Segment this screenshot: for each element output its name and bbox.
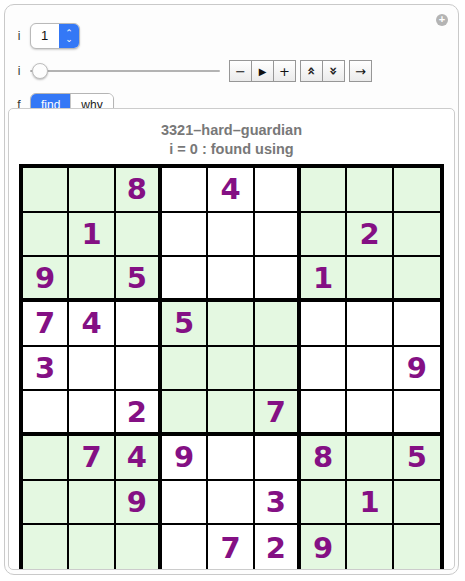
cell-r7c9: 5	[394, 436, 440, 481]
cell-r4c2: 4	[69, 302, 115, 347]
cell-r9c5: 7	[208, 525, 254, 570]
slider-thumb[interactable]	[32, 63, 48, 79]
i-popup-value: 1	[31, 24, 59, 48]
cell-r3c7: 1	[301, 257, 347, 302]
cell-r3c9	[394, 257, 440, 302]
slider-label: i	[13, 64, 25, 78]
cell-r3c3: 5	[116, 257, 162, 302]
cell-r1c2	[69, 168, 115, 213]
cell-r7c1	[23, 436, 69, 481]
cell-r8c9	[394, 481, 440, 526]
cell-r1c7	[301, 168, 347, 213]
cell-r3c5	[208, 257, 254, 302]
play-icon: ▶	[259, 66, 267, 77]
cell-r4c5	[208, 302, 254, 347]
cell-r9c3	[116, 525, 162, 570]
cell-r8c6: 3	[255, 481, 301, 526]
cell-r6c3: 2	[116, 391, 162, 436]
cell-r7c4: 9	[162, 436, 208, 481]
cell-r8c3: 9	[116, 481, 162, 526]
cell-r9c8	[347, 525, 393, 570]
cell-r3c8	[347, 257, 393, 302]
status-line: i = 0 : found using	[9, 141, 454, 157]
cell-r1c9	[394, 168, 440, 213]
cell-r5c1: 3	[23, 347, 69, 392]
play-button[interactable]: ▶	[251, 60, 274, 82]
cell-r3c6	[255, 257, 301, 302]
cell-r8c7	[301, 481, 347, 526]
increment-button[interactable]: +	[273, 60, 296, 82]
cell-r5c3	[116, 347, 162, 392]
cell-r9c1	[23, 525, 69, 570]
cell-r3c1: 9	[23, 257, 69, 302]
cell-r7c2: 7	[69, 436, 115, 481]
faster-button[interactable]: »	[322, 60, 345, 82]
manipulate-frame: + i 1 ⌃ ⌄ i −	[4, 4, 459, 575]
minus-icon: −	[235, 64, 246, 79]
cell-r4c1: 7	[23, 302, 69, 347]
cell-r5c5	[208, 347, 254, 392]
cell-r5c8	[347, 347, 393, 392]
double-chevron-up-icon: «	[303, 66, 319, 75]
decrement-button[interactable]: −	[229, 60, 252, 82]
cell-r4c8	[347, 302, 393, 347]
cell-r6c7	[301, 391, 347, 436]
chevron-down-icon: ⌄	[65, 36, 73, 42]
cell-r1c5: 4	[208, 168, 254, 213]
cell-r4c7	[301, 302, 347, 347]
cell-r6c1	[23, 391, 69, 436]
cell-r2c3	[116, 213, 162, 258]
puzzle-title: 3321–hard–guardian	[9, 122, 454, 138]
cell-r1c3: 8	[116, 168, 162, 213]
cell-r5c6	[255, 347, 301, 392]
cell-r8c5	[208, 481, 254, 526]
cell-r8c8: 1	[347, 481, 393, 526]
double-chevron-down-icon: »	[325, 66, 341, 75]
display-panel: 3321–hard–guardian i = 0 : found using 8…	[8, 108, 455, 570]
cell-r3c2	[69, 257, 115, 302]
cell-r1c6	[255, 168, 301, 213]
slower-button[interactable]: «	[300, 60, 323, 82]
cell-r6c2	[69, 391, 115, 436]
cell-r4c3	[116, 302, 162, 347]
cell-r2c9	[394, 213, 440, 258]
cell-r1c8	[347, 168, 393, 213]
slider-track[interactable]	[30, 70, 220, 72]
cell-r6c6: 7	[255, 391, 301, 436]
i-popup-menu[interactable]: 1 ⌃ ⌄	[30, 23, 80, 49]
cell-r2c8: 2	[347, 213, 393, 258]
cell-r1c1	[23, 168, 69, 213]
cell-r2c1	[23, 213, 69, 258]
cell-r6c5	[208, 391, 254, 436]
control-row-i-popup: i 1 ⌃ ⌄	[13, 23, 376, 49]
cell-r5c7	[301, 347, 347, 392]
cell-r8c4	[162, 481, 208, 526]
right-arrow-icon: →	[355, 64, 366, 79]
cell-r5c9: 9	[394, 347, 440, 392]
cell-r6c8	[347, 391, 393, 436]
cell-r4c9	[394, 302, 440, 347]
cell-r8c1	[23, 481, 69, 526]
cell-r7c7: 8	[301, 436, 347, 481]
cell-r9c4	[162, 525, 208, 570]
popup-label: i	[13, 29, 25, 43]
cell-r9c9	[394, 525, 440, 570]
cell-r2c5	[208, 213, 254, 258]
sudoku-grid: 8412951745392774985931729	[19, 164, 444, 570]
cell-r3c4	[162, 257, 208, 302]
cell-r7c5	[208, 436, 254, 481]
cell-r2c2: 1	[69, 213, 115, 258]
playback-buttons: − ▶ + « »	[229, 60, 376, 82]
cell-r2c4	[162, 213, 208, 258]
plus-icon: +	[279, 64, 290, 79]
cell-r4c6	[255, 302, 301, 347]
cell-r9c7: 9	[301, 525, 347, 570]
cell-r9c6: 2	[255, 525, 301, 570]
cell-r4c4: 5	[162, 302, 208, 347]
cell-r6c9	[394, 391, 440, 436]
cell-r2c7	[301, 213, 347, 258]
cell-r7c6	[255, 436, 301, 481]
cell-r5c2	[69, 347, 115, 392]
i-slider[interactable]	[30, 63, 220, 79]
cell-r6c4	[162, 391, 208, 436]
expand-settings-icon[interactable]: +	[436, 14, 448, 26]
cell-r7c3: 4	[116, 436, 162, 481]
control-row-i-slider: i − ▶ + «	[13, 60, 376, 82]
direction-button[interactable]: →	[349, 60, 372, 82]
cell-r5c4	[162, 347, 208, 392]
cell-r7c8	[347, 436, 393, 481]
cell-r1c4	[162, 168, 208, 213]
cell-r9c2	[69, 525, 115, 570]
cell-r8c2	[69, 481, 115, 526]
stepper-chevrons-icon[interactable]: ⌃ ⌄	[59, 24, 79, 48]
cell-r2c6	[255, 213, 301, 258]
